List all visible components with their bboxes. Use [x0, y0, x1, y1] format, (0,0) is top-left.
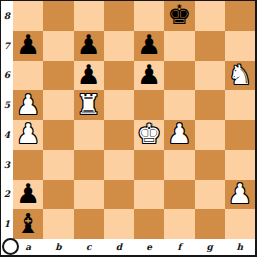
square-f4[interactable]: ♟ [164, 120, 194, 150]
square-d1[interactable] [104, 209, 134, 239]
piece-black-bishop[interactable]: ♝ [16, 210, 40, 237]
piece-white-rook[interactable]: ♜ [77, 91, 101, 118]
square-c5[interactable]: ♜ [74, 90, 104, 120]
square-d8[interactable] [104, 1, 134, 31]
side-to-move-indicator [2, 238, 19, 255]
square-a3[interactable] [13, 150, 43, 180]
piece-black-king[interactable]: ♚ [167, 1, 191, 28]
piece-white-knight[interactable]: ♞ [228, 61, 252, 88]
square-c1[interactable] [74, 209, 104, 239]
square-a4[interactable]: ♟ [13, 120, 43, 150]
square-e1[interactable] [134, 209, 164, 239]
piece-white-pawn[interactable]: ♟ [167, 120, 191, 147]
square-h1[interactable] [225, 209, 255, 239]
file-label-g: g [195, 239, 225, 255]
square-f7[interactable] [164, 31, 194, 61]
piece-black-pawn[interactable]: ♟ [137, 61, 161, 88]
square-h3[interactable] [225, 150, 255, 180]
square-f5[interactable] [164, 90, 194, 120]
square-e6[interactable]: ♟ [134, 61, 164, 91]
square-a8[interactable] [13, 1, 43, 31]
square-c8[interactable] [74, 1, 104, 31]
piece-black-pawn[interactable]: ♟ [77, 61, 101, 88]
square-e4[interactable]: ♚ [134, 120, 164, 150]
square-f1[interactable] [164, 209, 194, 239]
square-f2[interactable] [164, 180, 194, 210]
rank-label-3: 3 [1, 150, 13, 180]
square-b1[interactable] [43, 209, 73, 239]
square-h7[interactable] [225, 31, 255, 61]
file-label-e: e [134, 239, 164, 255]
file-labels: abcdefgh [13, 239, 255, 255]
square-e3[interactable] [134, 150, 164, 180]
square-h5[interactable] [225, 90, 255, 120]
square-c3[interactable] [74, 150, 104, 180]
square-g7[interactable] [195, 31, 225, 61]
square-f6[interactable] [164, 61, 194, 91]
diagram-background: 87654321 ♚♟♟♟♟♟♞♟♜♟♚♟♟♟♝ abcdefgh [1, 1, 255, 255]
piece-black-pawn[interactable]: ♟ [16, 31, 40, 58]
rank-label-5: 5 [1, 90, 13, 120]
square-b7[interactable] [43, 31, 73, 61]
square-c2[interactable] [74, 180, 104, 210]
square-h8[interactable] [225, 1, 255, 31]
piece-black-pawn[interactable]: ♟ [137, 31, 161, 58]
square-c4[interactable] [74, 120, 104, 150]
square-a5[interactable]: ♟ [13, 90, 43, 120]
file-label-c: c [74, 239, 104, 255]
square-g8[interactable] [195, 1, 225, 31]
square-b4[interactable] [43, 120, 73, 150]
square-d3[interactable] [104, 150, 134, 180]
square-b5[interactable] [43, 90, 73, 120]
piece-white-king[interactable]: ♚ [137, 120, 161, 147]
piece-black-pawn[interactable]: ♟ [77, 31, 101, 58]
square-d6[interactable] [104, 61, 134, 91]
rank-label-7: 7 [1, 31, 13, 61]
chess-diagram: 87654321 ♚♟♟♟♟♟♞♟♜♟♚♟♟♟♝ abcdefgh [0, 0, 257, 257]
piece-white-pawn[interactable]: ♟ [16, 91, 40, 118]
square-e2[interactable] [134, 180, 164, 210]
square-d4[interactable] [104, 120, 134, 150]
chess-board: ♚♟♟♟♟♟♞♟♜♟♚♟♟♟♝ [13, 1, 255, 239]
square-g3[interactable] [195, 150, 225, 180]
square-a1[interactable]: ♝ [13, 209, 43, 239]
square-e5[interactable] [134, 90, 164, 120]
square-b6[interactable] [43, 61, 73, 91]
square-d5[interactable] [104, 90, 134, 120]
square-a6[interactable] [13, 61, 43, 91]
rank-label-8: 8 [1, 1, 13, 31]
file-label-d: d [104, 239, 134, 255]
square-h2[interactable]: ♟ [225, 180, 255, 210]
square-b2[interactable] [43, 180, 73, 210]
file-label-h: h [225, 239, 255, 255]
rank-label-6: 6 [1, 61, 13, 91]
square-h6[interactable]: ♞ [225, 61, 255, 91]
square-e8[interactable] [134, 1, 164, 31]
square-d7[interactable] [104, 31, 134, 61]
square-a7[interactable]: ♟ [13, 31, 43, 61]
rank-label-4: 4 [1, 120, 13, 150]
square-g5[interactable] [195, 90, 225, 120]
square-a2[interactable]: ♟ [13, 180, 43, 210]
piece-white-pawn[interactable]: ♟ [228, 180, 252, 207]
rank-labels: 87654321 [1, 1, 13, 239]
rank-label-2: 2 [1, 180, 13, 210]
square-e7[interactable]: ♟ [134, 31, 164, 61]
square-f8[interactable]: ♚ [164, 1, 194, 31]
square-d2[interactable] [104, 180, 134, 210]
square-g1[interactable] [195, 209, 225, 239]
square-c7[interactable]: ♟ [74, 31, 104, 61]
file-label-f: f [164, 239, 194, 255]
piece-black-pawn[interactable]: ♟ [16, 180, 40, 207]
square-g2[interactable] [195, 180, 225, 210]
square-h4[interactable] [225, 120, 255, 150]
piece-white-pawn[interactable]: ♟ [16, 120, 40, 147]
square-g6[interactable] [195, 61, 225, 91]
square-g4[interactable] [195, 120, 225, 150]
square-c6[interactable]: ♟ [74, 61, 104, 91]
square-f3[interactable] [164, 150, 194, 180]
square-b3[interactable] [43, 150, 73, 180]
rank-label-1: 1 [1, 209, 13, 239]
file-label-b: b [43, 239, 73, 255]
square-b8[interactable] [43, 1, 73, 31]
